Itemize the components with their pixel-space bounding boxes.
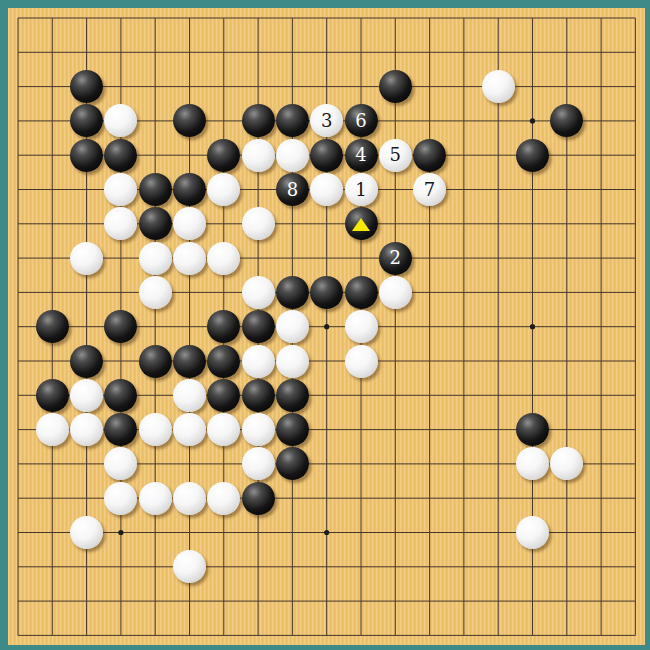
stone-black xyxy=(139,207,172,240)
stone-black xyxy=(139,173,172,206)
move-number-label: 8 xyxy=(287,181,298,199)
stone-white xyxy=(207,482,240,515)
stone-white: 5 xyxy=(379,139,412,172)
stone-black xyxy=(310,276,343,309)
stone-black xyxy=(207,345,240,378)
stone-white xyxy=(139,276,172,309)
stone-black: 2 xyxy=(379,242,412,275)
stone-black xyxy=(345,207,378,240)
board-frame: 36458172 xyxy=(0,0,650,650)
stone-black xyxy=(173,345,206,378)
stone-white xyxy=(173,379,206,412)
stone-white xyxy=(276,345,309,378)
stone-black xyxy=(242,379,275,412)
stone-white xyxy=(242,413,275,446)
stone-black xyxy=(379,70,412,103)
star-point xyxy=(530,324,535,329)
star-point xyxy=(118,530,123,535)
stone-white xyxy=(242,345,275,378)
move-number-label: 7 xyxy=(424,181,435,199)
star-point xyxy=(530,118,535,123)
stone-black xyxy=(173,173,206,206)
stone-black xyxy=(139,345,172,378)
stone-white xyxy=(242,139,275,172)
move-number-label: 4 xyxy=(355,146,366,164)
star-point xyxy=(324,324,329,329)
stone-white xyxy=(276,139,309,172)
stone-white xyxy=(139,482,172,515)
stone-white xyxy=(173,482,206,515)
stone-white xyxy=(104,482,137,515)
stone-white xyxy=(36,413,69,446)
stone-black xyxy=(104,379,137,412)
stone-white xyxy=(139,242,172,275)
stone-black xyxy=(36,379,69,412)
stone-black xyxy=(70,139,103,172)
stone-white: 7 xyxy=(413,173,446,206)
stone-black xyxy=(242,482,275,515)
stone-black xyxy=(516,413,549,446)
stone-white xyxy=(70,516,103,549)
stone-black xyxy=(207,379,240,412)
stone-black: 8 xyxy=(276,173,309,206)
stone-black xyxy=(242,104,275,137)
move-number-label: 5 xyxy=(390,146,401,164)
stone-white xyxy=(173,242,206,275)
stone-black xyxy=(276,276,309,309)
stone-white xyxy=(516,516,549,549)
go-board[interactable]: 36458172 xyxy=(8,8,645,645)
stone-black xyxy=(36,310,69,343)
stone-black xyxy=(276,413,309,446)
stone-white xyxy=(173,413,206,446)
triangle-marker xyxy=(352,218,370,231)
stone-white xyxy=(242,447,275,480)
stone-black xyxy=(413,139,446,172)
stone-white xyxy=(345,310,378,343)
stone-black xyxy=(104,139,137,172)
star-point xyxy=(324,530,329,535)
stone-white xyxy=(482,70,515,103)
stone-black xyxy=(310,139,343,172)
stone-white xyxy=(70,242,103,275)
stone-white: 1 xyxy=(345,173,378,206)
stone-black xyxy=(207,139,240,172)
stone-white xyxy=(70,413,103,446)
stone-black xyxy=(70,70,103,103)
stone-black: 6 xyxy=(345,104,378,137)
stone-white xyxy=(276,310,309,343)
stone-white xyxy=(139,413,172,446)
stone-black: 4 xyxy=(345,139,378,172)
move-number-label: 2 xyxy=(390,249,401,267)
move-number-label: 3 xyxy=(321,112,332,130)
stone-black xyxy=(70,345,103,378)
stone-white xyxy=(310,173,343,206)
stone-white xyxy=(345,345,378,378)
stone-black xyxy=(276,379,309,412)
move-number-label: 1 xyxy=(355,181,366,199)
stone-black xyxy=(242,310,275,343)
stone-white xyxy=(70,379,103,412)
stone-white xyxy=(242,207,275,240)
stone-black xyxy=(345,276,378,309)
stone-white xyxy=(379,276,412,309)
stone-black xyxy=(516,139,549,172)
move-number-label: 6 xyxy=(355,112,366,130)
stone-white xyxy=(207,242,240,275)
stone-white xyxy=(242,276,275,309)
